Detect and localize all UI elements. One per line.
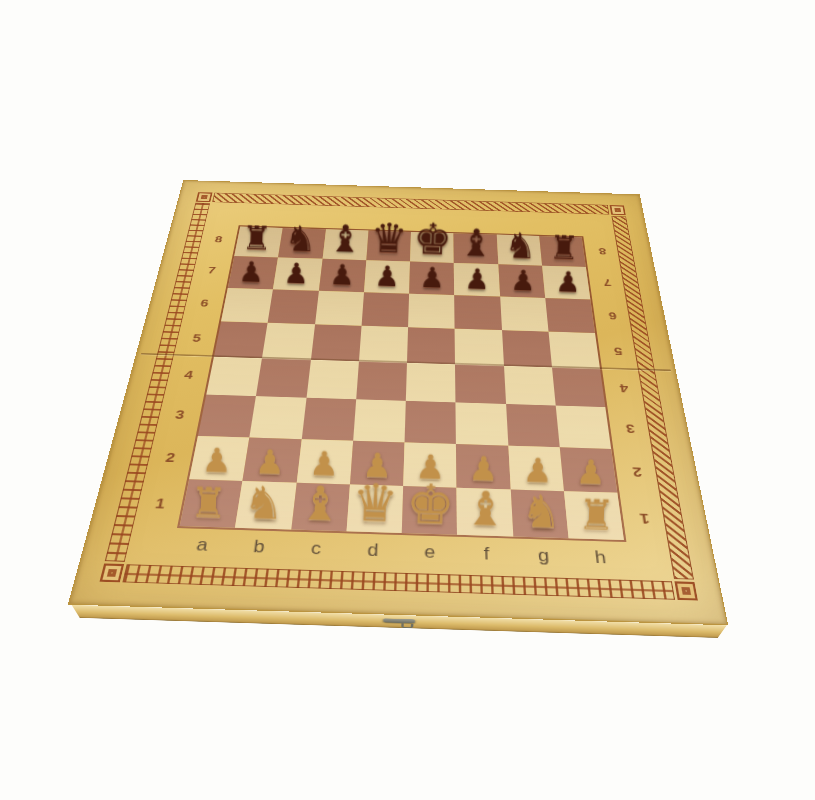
square-g4[interactable] bbox=[503, 366, 555, 406]
square-g3[interactable] bbox=[505, 404, 559, 447]
square-f8[interactable]: ♝ bbox=[453, 233, 497, 264]
piece-black-queen[interactable]: ♛ bbox=[369, 218, 407, 260]
rank-label-left-5: 5 bbox=[184, 331, 209, 345]
square-f4[interactable] bbox=[455, 364, 505, 404]
file-labels-bottom: abcdefgh bbox=[184, 181, 639, 195]
square-f3[interactable] bbox=[455, 403, 507, 446]
piece-white-pawn[interactable]: ♟ bbox=[254, 445, 285, 479]
file-label-a: a bbox=[187, 536, 216, 556]
chess-set-scene: ♜♞♝♛♚♝♞♜♟♟♟♟♟♟♟♟♟♟♟♟♟♟♟♟♜♞♝♛♚♝♞♜ 8765432… bbox=[127, 84, 684, 641]
square-a3[interactable] bbox=[198, 395, 256, 437]
square-h2[interactable]: ♟ bbox=[559, 447, 617, 493]
square-a8[interactable]: ♜ bbox=[234, 227, 283, 258]
square-g7[interactable]: ♟ bbox=[497, 264, 544, 297]
piece-black-king[interactable]: ♚ bbox=[412, 217, 452, 261]
square-h5[interactable] bbox=[548, 331, 600, 368]
file-label-g: g bbox=[529, 546, 556, 566]
square-h7[interactable]: ♟ bbox=[541, 266, 589, 299]
piece-black-knight[interactable]: ♞ bbox=[284, 220, 317, 256]
piece-black-pawn[interactable]: ♟ bbox=[373, 262, 399, 291]
square-d5[interactable] bbox=[358, 326, 407, 363]
square-a6[interactable] bbox=[221, 288, 273, 323]
piece-white-bishop[interactable]: ♝ bbox=[463, 485, 507, 533]
square-c1[interactable]: ♝ bbox=[290, 482, 349, 531]
border-corner-bottom-left bbox=[99, 563, 124, 582]
board-grid: ♜♞♝♛♚♝♞♜♟♟♟♟♟♟♟♟♟♟♟♟♟♟♟♟♜♞♝♛♚♝♞♜ bbox=[177, 225, 626, 542]
square-b7[interactable]: ♟ bbox=[273, 258, 322, 291]
square-g8[interactable]: ♞ bbox=[496, 235, 542, 266]
piece-white-rook[interactable]: ♜ bbox=[189, 482, 227, 524]
rank-label-right-6: 6 bbox=[601, 309, 624, 322]
rank-label-left-4: 4 bbox=[175, 368, 201, 383]
square-b3[interactable] bbox=[249, 396, 305, 438]
square-b5[interactable] bbox=[262, 323, 314, 360]
board-front-edge bbox=[71, 605, 726, 638]
square-h4[interactable] bbox=[551, 367, 605, 407]
square-f5[interactable] bbox=[454, 328, 503, 365]
rank-label-right-3: 3 bbox=[617, 421, 643, 437]
piece-black-rook[interactable]: ♜ bbox=[548, 231, 578, 265]
square-h6[interactable] bbox=[544, 298, 594, 333]
file-label-c: c bbox=[302, 539, 329, 559]
square-e3[interactable] bbox=[404, 401, 456, 444]
square-a4[interactable] bbox=[206, 357, 262, 397]
square-d4[interactable] bbox=[355, 361, 406, 401]
piece-black-pawn[interactable]: ♟ bbox=[419, 264, 445, 293]
rank-label-right-4: 4 bbox=[611, 381, 636, 396]
square-a1[interactable]: ♜ bbox=[179, 479, 242, 528]
piece-black-knight[interactable]: ♞ bbox=[503, 227, 536, 263]
square-c7[interactable]: ♟ bbox=[318, 259, 366, 292]
square-f1[interactable]: ♝ bbox=[456, 488, 512, 537]
rank-label-left-8: 8 bbox=[207, 234, 229, 246]
square-e6[interactable] bbox=[408, 293, 455, 328]
square-h3[interactable] bbox=[555, 406, 611, 449]
square-d7[interactable]: ♟ bbox=[363, 260, 409, 293]
square-e8[interactable]: ♚ bbox=[410, 232, 454, 263]
square-g6[interactable] bbox=[499, 296, 548, 331]
square-f7[interactable]: ♟ bbox=[454, 263, 500, 296]
rank-labels-left: 87654321 bbox=[184, 181, 639, 195]
piece-white-pawn[interactable]: ♟ bbox=[201, 443, 232, 477]
square-c3[interactable] bbox=[301, 398, 356, 440]
piece-white-queen[interactable]: ♛ bbox=[351, 477, 399, 530]
square-a7[interactable]: ♟ bbox=[227, 256, 277, 289]
piece-white-king[interactable]: ♚ bbox=[405, 476, 455, 531]
square-b2[interactable]: ♟ bbox=[242, 437, 301, 482]
rank-label-right-2: 2 bbox=[623, 463, 650, 480]
file-label-e: e bbox=[416, 543, 442, 563]
square-e5[interactable] bbox=[406, 327, 454, 364]
clasp-hook bbox=[401, 623, 413, 628]
border-corner-bottom-right bbox=[674, 581, 698, 600]
rank-label-right-1: 1 bbox=[630, 509, 658, 528]
square-h8[interactable]: ♜ bbox=[539, 236, 586, 267]
border-band-top-braid bbox=[212, 193, 609, 215]
file-label-b: b bbox=[244, 537, 272, 557]
square-b8[interactable]: ♞ bbox=[278, 228, 325, 259]
border-band-bottom-meander bbox=[122, 564, 675, 600]
square-c8[interactable]: ♝ bbox=[322, 229, 368, 260]
piece-black-pawn[interactable]: ♟ bbox=[464, 265, 490, 294]
file-label-f: f bbox=[473, 544, 499, 564]
square-b6[interactable] bbox=[267, 289, 318, 324]
rank-label-left-3: 3 bbox=[166, 407, 193, 423]
rank-label-right-5: 5 bbox=[606, 344, 630, 358]
piece-white-rook[interactable]: ♜ bbox=[577, 494, 615, 536]
file-label-h: h bbox=[586, 548, 614, 568]
piece-white-pawn[interactable]: ♟ bbox=[575, 455, 606, 489]
piece-white-bishop[interactable]: ♝ bbox=[297, 480, 341, 528]
square-e7[interactable]: ♟ bbox=[409, 262, 454, 295]
piece-white-pawn[interactable]: ♟ bbox=[521, 454, 552, 488]
piece-black-pawn[interactable]: ♟ bbox=[238, 258, 264, 287]
board-tilt-plane: ♜♞♝♛♚♝♞♜♟♟♟♟♟♟♟♟♟♟♟♟♟♟♟♟♜♞♝♛♚♝♞♜ 8765432… bbox=[67, 180, 727, 625]
square-b1[interactable]: ♞ bbox=[235, 481, 296, 530]
rank-label-left-7: 7 bbox=[200, 264, 223, 276]
square-d1[interactable]: ♛ bbox=[346, 484, 403, 533]
file-label-d: d bbox=[359, 541, 386, 561]
piece-black-pawn[interactable]: ♟ bbox=[554, 268, 580, 297]
square-c4[interactable] bbox=[306, 360, 359, 400]
piece-black-pawn[interactable]: ♟ bbox=[328, 261, 354, 290]
border-corner-top-right bbox=[609, 205, 625, 215]
rank-labels-right: 87654321 bbox=[184, 181, 639, 195]
square-f6[interactable] bbox=[454, 295, 501, 330]
square-g2[interactable]: ♟ bbox=[507, 445, 563, 491]
square-e4[interactable] bbox=[405, 363, 455, 403]
square-g1[interactable]: ♞ bbox=[510, 489, 568, 538]
square-b4[interactable] bbox=[256, 358, 310, 398]
piece-white-knight[interactable]: ♞ bbox=[243, 480, 285, 526]
square-d8[interactable]: ♛ bbox=[366, 231, 411, 262]
border-corner-top-left bbox=[195, 192, 212, 202]
square-g5[interactable] bbox=[501, 330, 551, 367]
square-c5[interactable] bbox=[310, 324, 361, 361]
square-e1[interactable]: ♚ bbox=[401, 486, 457, 535]
square-h1[interactable]: ♜ bbox=[563, 491, 623, 540]
square-a5[interactable] bbox=[213, 321, 267, 358]
square-d6[interactable] bbox=[361, 292, 409, 327]
metal-clasp-latch[interactable] bbox=[383, 618, 415, 623]
piece-white-knight[interactable]: ♞ bbox=[520, 489, 562, 535]
square-a2[interactable]: ♟ bbox=[189, 435, 249, 480]
rank-label-right-7: 7 bbox=[596, 276, 618, 288]
rank-label-right-8: 8 bbox=[591, 246, 612, 258]
piece-black-pawn[interactable]: ♟ bbox=[283, 259, 309, 288]
square-d3[interactable] bbox=[352, 399, 405, 441]
piece-black-rook[interactable]: ♜ bbox=[241, 222, 271, 256]
rank-label-left-2: 2 bbox=[156, 449, 184, 466]
piece-black-pawn[interactable]: ♟ bbox=[509, 266, 535, 295]
piece-black-bishop[interactable]: ♝ bbox=[459, 224, 494, 262]
rank-label-left-1: 1 bbox=[145, 494, 174, 512]
board-frame: ♜♞♝♛♚♝♞♜♟♟♟♟♟♟♟♟♟♟♟♟♟♟♟♟♜♞♝♛♚♝♞♜ 8765432… bbox=[67, 180, 727, 625]
rank-label-left-6: 6 bbox=[192, 296, 216, 309]
square-c6[interactable] bbox=[314, 290, 363, 325]
piece-black-bishop[interactable]: ♝ bbox=[327, 220, 362, 258]
